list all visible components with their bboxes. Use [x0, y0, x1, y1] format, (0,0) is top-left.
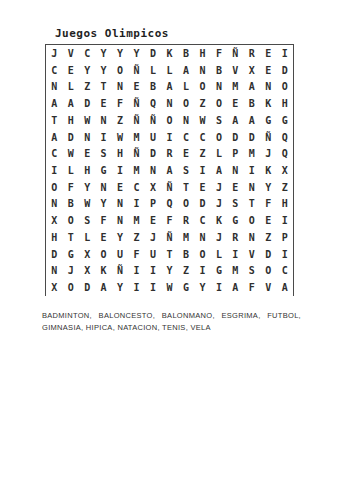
- grid-cell[interactable]: A: [46, 129, 62, 146]
- grid-cell[interactable]: Ñ: [128, 62, 144, 79]
- grid-cell[interactable]: A: [62, 95, 78, 112]
- grid-cell[interactable]: X: [46, 212, 62, 229]
- grid-cell[interactable]: S: [211, 112, 227, 129]
- grid-cell[interactable]: E: [112, 179, 128, 196]
- word-list: BADMINTON, BALONCESTO, BALONMANO, ESGRIM…: [42, 310, 301, 333]
- grid-cell[interactable]: I: [194, 162, 210, 179]
- grid-cell[interactable]: N: [112, 78, 128, 95]
- grid-cell[interactable]: J: [260, 145, 276, 162]
- grid-cell[interactable]: M: [227, 78, 243, 95]
- grid-cell[interactable]: L: [211, 246, 227, 263]
- grid-cell[interactable]: G: [178, 279, 194, 296]
- grid-cell[interactable]: N: [112, 196, 128, 213]
- grid-cell[interactable]: O: [178, 95, 194, 112]
- grid-cell[interactable]: N: [46, 196, 62, 213]
- grid-cell[interactable]: N: [46, 263, 62, 280]
- grid-cell[interactable]: E: [145, 212, 161, 229]
- grid-cell[interactable]: C: [277, 263, 293, 280]
- grid-cell[interactable]: G: [211, 263, 227, 280]
- grid-cell[interactable]: A: [161, 162, 177, 179]
- grid-cell[interactable]: D: [62, 129, 78, 146]
- grid-border-box: JVCYYYDKBHFÑREICEYYOÑLLANBVXEDNLZTNEBALO…: [45, 44, 294, 296]
- grid-cell[interactable]: P: [277, 229, 293, 246]
- grid-cell[interactable]: E: [95, 229, 111, 246]
- grid-cell[interactable]: I: [95, 129, 111, 146]
- grid-cell[interactable]: R: [244, 45, 260, 62]
- grid-cell[interactable]: K: [260, 162, 276, 179]
- word-search-grid: JVCYYYDKBHFÑREICEYYOÑLLANBVXEDNLZTNEBALO…: [46, 45, 293, 296]
- grid-cell[interactable]: K: [95, 263, 111, 280]
- grid-cell[interactable]: A: [227, 279, 243, 296]
- grid-cell[interactable]: Ñ: [112, 263, 128, 280]
- grid-cell[interactable]: P: [227, 145, 243, 162]
- grid-cell[interactable]: T: [46, 112, 62, 129]
- grid-cell[interactable]: N: [112, 212, 128, 229]
- grid-cell[interactable]: I: [145, 263, 161, 280]
- grid-cell[interactable]: I: [112, 162, 128, 179]
- grid-cell[interactable]: D: [79, 279, 95, 296]
- grid-cell[interactable]: E: [227, 95, 243, 112]
- grid-cell[interactable]: A: [178, 62, 194, 79]
- grid-cell[interactable]: Q: [145, 95, 161, 112]
- grid-cell[interactable]: H: [194, 45, 210, 62]
- puzzle-title: Juegos Olimpicos: [55, 27, 169, 40]
- grid-cell[interactable]: V: [62, 45, 78, 62]
- grid-cell[interactable]: J: [145, 229, 161, 246]
- grid-cell[interactable]: R: [227, 229, 243, 246]
- grid-cell[interactable]: I: [227, 246, 243, 263]
- grid-cell[interactable]: R: [178, 212, 194, 229]
- grid-cell[interactable]: O: [161, 112, 177, 129]
- grid-cell[interactable]: Y: [95, 45, 111, 62]
- grid-cell[interactable]: C: [46, 62, 62, 79]
- grid-cell[interactable]: E: [62, 62, 78, 79]
- grid-cell[interactable]: B: [211, 62, 227, 79]
- grid-cell[interactable]: T: [161, 246, 177, 263]
- grid-cell[interactable]: K: [161, 45, 177, 62]
- grid-cell[interactable]: X: [46, 279, 62, 296]
- grid-cell[interactable]: J: [62, 263, 78, 280]
- grid-cell[interactable]: Z: [194, 145, 210, 162]
- grid-cell[interactable]: L: [79, 229, 95, 246]
- grid-cell[interactable]: Y: [260, 179, 276, 196]
- grid-cell[interactable]: F: [161, 212, 177, 229]
- grid-cell[interactable]: Z: [79, 78, 95, 95]
- grid-cell[interactable]: W: [62, 145, 78, 162]
- grid-cell[interactable]: A: [244, 112, 260, 129]
- grid-cell[interactable]: E: [227, 179, 243, 196]
- grid-cell[interactable]: Y: [95, 62, 111, 79]
- grid-cell[interactable]: N: [211, 78, 227, 95]
- word-list-line-2: GIMNASIA, HIPICA, NATACION, TENIS, VELA: [42, 322, 301, 334]
- grid-cell[interactable]: B: [145, 78, 161, 95]
- grid-cell[interactable]: A: [227, 112, 243, 129]
- grid-cell[interactable]: B: [178, 246, 194, 263]
- grid-cell[interactable]: D: [194, 196, 210, 213]
- grid-cell[interactable]: I: [46, 162, 62, 179]
- grid-cell[interactable]: C: [128, 179, 144, 196]
- grid-cell[interactable]: F: [62, 179, 78, 196]
- grid-cell[interactable]: L: [62, 78, 78, 95]
- grid-cell[interactable]: D: [260, 246, 276, 263]
- grid-cell[interactable]: P: [145, 196, 161, 213]
- grid-cell[interactable]: Q: [161, 196, 177, 213]
- grid-cell[interactable]: N: [145, 162, 161, 179]
- grid-cell[interactable]: J: [46, 45, 62, 62]
- word-list-line-1: BADMINTON, BALONCESTO, BALONMANO, ESGRIM…: [42, 310, 301, 322]
- grid-cell[interactable]: G: [277, 112, 293, 129]
- grid-cell[interactable]: Y: [112, 45, 128, 62]
- grid-cell[interactable]: D: [227, 129, 243, 146]
- grid-cell[interactable]: D: [244, 129, 260, 146]
- grid-cell[interactable]: Z: [112, 112, 128, 129]
- grid-cell[interactable]: D: [46, 246, 62, 263]
- grid-cell[interactable]: N: [161, 95, 177, 112]
- grid-cell[interactable]: M: [128, 212, 144, 229]
- grid-cell[interactable]: B: [244, 95, 260, 112]
- grid-cell[interactable]: I: [244, 162, 260, 179]
- grid-cell[interactable]: C: [194, 129, 210, 146]
- grid-cell[interactable]: N: [79, 129, 95, 146]
- grid-cell[interactable]: A: [244, 78, 260, 95]
- grid-cell[interactable]: Ñ: [227, 45, 243, 62]
- grid-cell[interactable]: Y: [95, 196, 111, 213]
- grid-cell[interactable]: G: [227, 212, 243, 229]
- grid-cell[interactable]: B: [62, 196, 78, 213]
- grid-cell[interactable]: K: [211, 212, 227, 229]
- grid-cell[interactable]: I: [161, 129, 177, 146]
- grid-cell[interactable]: E: [194, 179, 210, 196]
- grid-cell[interactable]: E: [128, 78, 144, 95]
- grid-cell[interactable]: I: [145, 279, 161, 296]
- grid-cell[interactable]: I: [128, 279, 144, 296]
- grid-cell[interactable]: H: [46, 229, 62, 246]
- grid-cell[interactable]: Y: [112, 279, 128, 296]
- grid-cell[interactable]: W: [79, 196, 95, 213]
- grid-cell[interactable]: J: [211, 196, 227, 213]
- grid-cell[interactable]: I: [277, 45, 293, 62]
- grid-cell[interactable]: E: [95, 95, 111, 112]
- grid-cell[interactable]: N: [244, 229, 260, 246]
- grid-cell[interactable]: Ñ: [161, 229, 177, 246]
- grid-cell[interactable]: V: [260, 279, 276, 296]
- grid-cell[interactable]: L: [161, 62, 177, 79]
- grid-cell[interactable]: X: [79, 246, 95, 263]
- grid-cell[interactable]: O: [194, 78, 210, 95]
- grid-cell[interactable]: H: [79, 162, 95, 179]
- grid-cell[interactable]: Y: [79, 179, 95, 196]
- grid-cell[interactable]: G: [62, 246, 78, 263]
- grid-cell[interactable]: Q: [277, 129, 293, 146]
- grid-cell[interactable]: Ñ: [128, 145, 144, 162]
- grid-cell[interactable]: F: [128, 246, 144, 263]
- grid-cell[interactable]: N: [95, 112, 111, 129]
- grid-cell[interactable]: O: [277, 78, 293, 95]
- grid-cell[interactable]: U: [145, 246, 161, 263]
- grid-cell[interactable]: F: [95, 212, 111, 229]
- grid-cell[interactable]: Z: [194, 95, 210, 112]
- grid-cell[interactable]: N: [260, 78, 276, 95]
- grid-cell[interactable]: X: [145, 179, 161, 196]
- grid-cell[interactable]: U: [112, 246, 128, 263]
- grid-cell[interactable]: M: [128, 129, 144, 146]
- grid-cell[interactable]: U: [145, 129, 161, 146]
- grid-cell[interactable]: I: [277, 246, 293, 263]
- grid-cell[interactable]: Ñ: [128, 95, 144, 112]
- grid-cell[interactable]: M: [244, 145, 260, 162]
- worksheet-page: Juegos Olimpicos JVCYYYDKBHFÑREICEYYOÑLL…: [0, 0, 340, 480]
- grid-cell[interactable]: M: [227, 263, 243, 280]
- grid-cell[interactable]: N: [194, 62, 210, 79]
- grid-cell[interactable]: D: [79, 95, 95, 112]
- grid-cell[interactable]: I: [211, 279, 227, 296]
- grid-cell[interactable]: C: [194, 212, 210, 229]
- grid-cell[interactable]: I: [128, 263, 144, 280]
- grid-cell[interactable]: T: [62, 229, 78, 246]
- grid-cell[interactable]: T: [244, 196, 260, 213]
- grid-cell[interactable]: T: [178, 179, 194, 196]
- grid-cell[interactable]: Z: [128, 229, 144, 246]
- grid-cell[interactable]: E: [260, 62, 276, 79]
- grid-cell[interactable]: O: [95, 246, 111, 263]
- grid-cell[interactable]: X: [277, 162, 293, 179]
- grid-cell[interactable]: O: [244, 212, 260, 229]
- grid-cell[interactable]: D: [145, 45, 161, 62]
- grid-cell[interactable]: T: [95, 78, 111, 95]
- grid-cell[interactable]: O: [194, 246, 210, 263]
- grid-cell[interactable]: A: [211, 162, 227, 179]
- grid-cell[interactable]: R: [161, 145, 177, 162]
- grid-cell[interactable]: O: [260, 263, 276, 280]
- grid-cell[interactable]: E: [79, 145, 95, 162]
- grid-cell[interactable]: W: [79, 112, 95, 129]
- grid-cell[interactable]: W: [161, 279, 177, 296]
- grid-cell[interactable]: K: [260, 95, 276, 112]
- grid-cell[interactable]: N: [194, 229, 210, 246]
- grid-cell[interactable]: A: [46, 95, 62, 112]
- grid-cell[interactable]: Ñ: [260, 129, 276, 146]
- grid-cell[interactable]: N: [46, 78, 62, 95]
- grid-cell[interactable]: L: [178, 78, 194, 95]
- grid-cell[interactable]: N: [244, 179, 260, 196]
- grid-cell[interactable]: N: [178, 112, 194, 129]
- grid-cell[interactable]: O: [211, 95, 227, 112]
- grid-cell[interactable]: C: [46, 145, 62, 162]
- grid-cell[interactable]: L: [145, 62, 161, 79]
- grid-cell[interactable]: N: [227, 162, 243, 179]
- grid-cell[interactable]: D: [277, 62, 293, 79]
- grid-cell[interactable]: O: [62, 279, 78, 296]
- grid-cell[interactable]: Y: [112, 229, 128, 246]
- grid-cell[interactable]: S: [79, 212, 95, 229]
- grid-cell[interactable]: Q: [277, 145, 293, 162]
- grid-cell[interactable]: G: [260, 112, 276, 129]
- grid-cell[interactable]: H: [277, 95, 293, 112]
- grid-cell[interactable]: W: [112, 129, 128, 146]
- grid-cell[interactable]: C: [178, 129, 194, 146]
- grid-cell[interactable]: Y: [79, 62, 95, 79]
- grid-cell[interactable]: H: [62, 112, 78, 129]
- grid-cell[interactable]: W: [194, 112, 210, 129]
- grid-cell[interactable]: X: [79, 263, 95, 280]
- grid-cell[interactable]: A: [277, 279, 293, 296]
- grid-cell[interactable]: Ñ: [161, 179, 177, 196]
- grid-cell[interactable]: Z: [260, 229, 276, 246]
- grid-cell[interactable]: A: [161, 78, 177, 95]
- grid-cell[interactable]: S: [95, 145, 111, 162]
- grid-cell[interactable]: C: [79, 45, 95, 62]
- grid-cell[interactable]: I: [277, 212, 293, 229]
- grid-cell[interactable]: J: [211, 179, 227, 196]
- grid-cell[interactable]: I: [194, 263, 210, 280]
- grid-cell[interactable]: S: [227, 196, 243, 213]
- grid-cell[interactable]: O: [46, 179, 62, 196]
- grid-cell[interactable]: Ñ: [128, 112, 144, 129]
- grid-cell[interactable]: G: [95, 162, 111, 179]
- grid-cell[interactable]: E: [178, 145, 194, 162]
- grid-cell[interactable]: H: [277, 196, 293, 213]
- grid-cell[interactable]: L: [211, 145, 227, 162]
- grid-cell[interactable]: Y: [128, 45, 144, 62]
- grid-cell[interactable]: F: [211, 45, 227, 62]
- grid-cell[interactable]: B: [178, 45, 194, 62]
- grid-cell[interactable]: J: [211, 229, 227, 246]
- grid-cell[interactable]: Y: [194, 279, 210, 296]
- grid-cell[interactable]: F: [260, 196, 276, 213]
- grid-cell[interactable]: E: [260, 45, 276, 62]
- grid-cell[interactable]: F: [112, 95, 128, 112]
- grid-cell[interactable]: F: [244, 279, 260, 296]
- grid-cell[interactable]: Ñ: [145, 112, 161, 129]
- grid-cell[interactable]: A: [95, 279, 111, 296]
- grid-cell[interactable]: L: [62, 162, 78, 179]
- grid-cell[interactable]: V: [227, 62, 243, 79]
- grid-cell[interactable]: D: [145, 145, 161, 162]
- grid-cell[interactable]: Z: [277, 179, 293, 196]
- grid-cell[interactable]: S: [178, 162, 194, 179]
- grid-cell[interactable]: O: [211, 129, 227, 146]
- grid-cell[interactable]: E: [260, 212, 276, 229]
- grid-cell[interactable]: Y: [161, 263, 177, 280]
- grid-cell[interactable]: O: [112, 62, 128, 79]
- grid-cell[interactable]: O: [178, 196, 194, 213]
- grid-cell[interactable]: Z: [178, 263, 194, 280]
- grid-cell[interactable]: M: [128, 162, 144, 179]
- grid-cell[interactable]: V: [244, 246, 260, 263]
- grid-cell[interactable]: N: [95, 179, 111, 196]
- grid-cell[interactable]: M: [178, 229, 194, 246]
- grid-cell[interactable]: O: [62, 212, 78, 229]
- grid-cell[interactable]: X: [244, 62, 260, 79]
- grid-cell[interactable]: S: [244, 263, 260, 280]
- grid-cell[interactable]: I: [128, 196, 144, 213]
- grid-cell[interactable]: H: [112, 145, 128, 162]
